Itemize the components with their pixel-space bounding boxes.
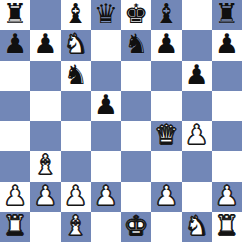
square-d7[interactable] <box>91 30 121 60</box>
chess-app: ♜♝♛♚♝♜♟♟♞♞♟♟♞♟♟♛♟♝♟♟♟♟♟♟♜♝♚♞♜ <box>0 0 242 242</box>
square-h8[interactable]: ♜ <box>212 0 242 30</box>
piece-white-pawn[interactable]: ♟ <box>64 182 88 211</box>
square-b8[interactable] <box>30 0 60 30</box>
square-d8[interactable]: ♛ <box>91 0 121 30</box>
piece-white-pawn[interactable]: ♟ <box>215 182 239 211</box>
square-g2[interactable] <box>182 182 212 212</box>
square-a2[interactable]: ♟ <box>0 182 30 212</box>
square-g5[interactable] <box>182 91 212 121</box>
square-c4[interactable] <box>61 121 91 151</box>
square-f3[interactable] <box>151 151 181 181</box>
piece-white-rook[interactable]: ♜ <box>215 212 239 241</box>
square-e7[interactable]: ♞ <box>121 30 151 60</box>
square-c8[interactable]: ♝ <box>61 0 91 30</box>
square-h5[interactable] <box>212 91 242 121</box>
square-f8[interactable]: ♝ <box>151 0 181 30</box>
square-g1[interactable]: ♞ <box>182 212 212 242</box>
square-e5[interactable] <box>121 91 151 121</box>
piece-white-king[interactable]: ♚ <box>124 212 148 241</box>
square-f5[interactable] <box>151 91 181 121</box>
square-f4[interactable]: ♛ <box>151 121 181 151</box>
square-a7[interactable]: ♟ <box>0 30 30 60</box>
piece-black-pawn[interactable]: ♟ <box>33 30 57 59</box>
square-a3[interactable] <box>0 151 30 181</box>
square-d4[interactable] <box>91 121 121 151</box>
square-a4[interactable] <box>0 121 30 151</box>
square-d5[interactable]: ♟ <box>91 91 121 121</box>
piece-white-pawn[interactable]: ♟ <box>185 121 209 150</box>
piece-black-rook[interactable]: ♜ <box>215 0 239 29</box>
square-d2[interactable]: ♟ <box>91 182 121 212</box>
square-c3[interactable] <box>61 151 91 181</box>
square-h3[interactable] <box>212 151 242 181</box>
square-b6[interactable] <box>30 61 60 91</box>
square-b4[interactable] <box>30 121 60 151</box>
square-f1[interactable] <box>151 212 181 242</box>
piece-black-king[interactable]: ♚ <box>124 0 148 29</box>
square-h7[interactable]: ♟ <box>212 30 242 60</box>
square-b7[interactable]: ♟ <box>30 30 60 60</box>
square-h6[interactable] <box>212 61 242 91</box>
square-e8[interactable]: ♚ <box>121 0 151 30</box>
piece-black-bishop[interactable]: ♝ <box>64 0 88 29</box>
square-f6[interactable] <box>151 61 181 91</box>
square-b2[interactable]: ♟ <box>30 182 60 212</box>
square-f7[interactable]: ♟ <box>151 30 181 60</box>
piece-black-knight[interactable]: ♞ <box>64 61 88 90</box>
square-a5[interactable] <box>0 91 30 121</box>
square-b3[interactable]: ♝ <box>30 151 60 181</box>
square-d1[interactable] <box>91 212 121 242</box>
square-a1[interactable]: ♜ <box>0 212 30 242</box>
piece-black-pawn[interactable]: ♟ <box>3 30 27 59</box>
piece-white-rook[interactable]: ♜ <box>3 212 27 241</box>
piece-black-rook[interactable]: ♜ <box>3 0 27 29</box>
square-a6[interactable] <box>0 61 30 91</box>
piece-white-pawn[interactable]: ♟ <box>33 182 57 211</box>
square-c2[interactable]: ♟ <box>61 182 91 212</box>
square-g8[interactable] <box>182 0 212 30</box>
square-e2[interactable] <box>121 182 151 212</box>
piece-white-bishop[interactable]: ♝ <box>64 212 88 241</box>
piece-white-pawn[interactable]: ♟ <box>154 182 178 211</box>
square-g4[interactable]: ♟ <box>182 121 212 151</box>
piece-white-bishop[interactable]: ♝ <box>33 151 57 180</box>
piece-black-bishop[interactable]: ♝ <box>154 0 178 29</box>
piece-black-pawn[interactable]: ♟ <box>185 61 209 90</box>
square-e1[interactable]: ♚ <box>121 212 151 242</box>
square-h4[interactable] <box>212 121 242 151</box>
piece-white-queen[interactable]: ♛ <box>154 121 178 150</box>
piece-black-queen[interactable]: ♛ <box>94 0 118 29</box>
piece-white-knight[interactable]: ♞ <box>64 30 88 59</box>
square-e6[interactable] <box>121 61 151 91</box>
square-b5[interactable] <box>30 91 60 121</box>
piece-black-pawn[interactable]: ♟ <box>154 30 178 59</box>
square-c1[interactable]: ♝ <box>61 212 91 242</box>
square-h2[interactable]: ♟ <box>212 182 242 212</box>
square-a8[interactable]: ♜ <box>0 0 30 30</box>
square-c7[interactable]: ♞ <box>61 30 91 60</box>
piece-white-pawn[interactable]: ♟ <box>94 182 118 211</box>
square-g6[interactable]: ♟ <box>182 61 212 91</box>
piece-black-pawn[interactable]: ♟ <box>215 30 239 59</box>
piece-white-pawn[interactable]: ♟ <box>3 182 27 211</box>
square-f2[interactable]: ♟ <box>151 182 181 212</box>
square-c6[interactable]: ♞ <box>61 61 91 91</box>
piece-black-pawn[interactable]: ♟ <box>94 91 118 120</box>
square-h1[interactable]: ♜ <box>212 212 242 242</box>
piece-white-knight[interactable]: ♞ <box>185 212 209 241</box>
square-d3[interactable] <box>91 151 121 181</box>
chess-board: ♜♝♛♚♝♜♟♟♞♞♟♟♞♟♟♛♟♝♟♟♟♟♟♟♜♝♚♞♜ <box>0 0 242 242</box>
square-b1[interactable] <box>30 212 60 242</box>
piece-black-knight[interactable]: ♞ <box>124 30 148 59</box>
square-g7[interactable] <box>182 30 212 60</box>
square-e3[interactable] <box>121 151 151 181</box>
square-d6[interactable] <box>91 61 121 91</box>
square-e4[interactable] <box>121 121 151 151</box>
square-g3[interactable] <box>182 151 212 181</box>
square-c5[interactable] <box>61 91 91 121</box>
